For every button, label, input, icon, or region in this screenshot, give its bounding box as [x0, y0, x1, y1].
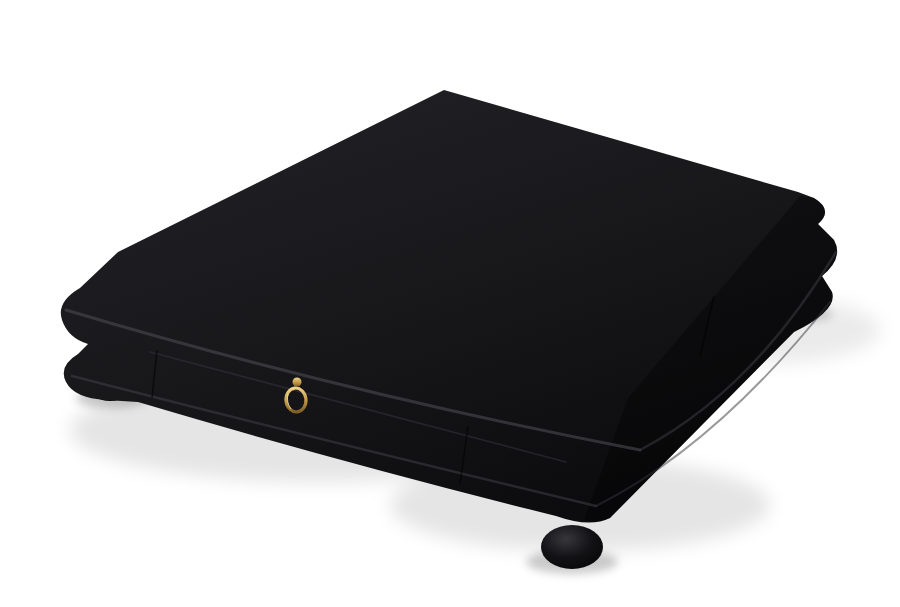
product-photo-stage [0, 0, 900, 607]
chess-board [0, 0, 416, 416]
